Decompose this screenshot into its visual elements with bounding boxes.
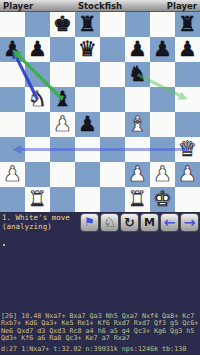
piece-white-pawn-f2[interactable]: ♟ [125, 162, 150, 187]
square-b4[interactable] [25, 112, 50, 137]
square-b3[interactable] [25, 137, 50, 162]
square-g1[interactable]: ♚ [150, 187, 175, 212]
square-e4[interactable] [100, 112, 125, 137]
square-a1[interactable] [0, 187, 25, 212]
square-f3[interactable] [125, 137, 150, 162]
square-d1[interactable] [75, 187, 100, 212]
square-b6[interactable] [25, 62, 50, 87]
knight-button[interactable]: ♘ [100, 213, 119, 232]
piece-white-pawn-g2[interactable]: ♟ [150, 162, 175, 187]
game-status: 1. White's move(analyzing) [2, 213, 70, 231]
square-h5[interactable] [175, 87, 200, 112]
square-a6[interactable] [0, 62, 25, 87]
arrow-right-icon: → [184, 213, 196, 232]
square-g3[interactable] [150, 137, 175, 162]
toolbar: ⚑♘↻M←→ [80, 213, 199, 232]
square-g5[interactable] [150, 87, 175, 112]
flag-button[interactable]: ⚑ [80, 213, 99, 232]
square-a4[interactable] [0, 112, 25, 137]
square-e1[interactable] [100, 187, 125, 212]
square-c8[interactable]: ♚ [50, 12, 75, 37]
square-b7[interactable]: ♟ [25, 37, 50, 62]
piece-white-queen-h3[interactable]: ♛ [175, 137, 200, 162]
piece-white-king-g1[interactable]: ♚ [150, 187, 175, 212]
piece-black-bishop-c5[interactable]: ♝ [50, 87, 75, 112]
black-player-name: Player [167, 0, 197, 12]
piece-white-pawn-h2[interactable]: ♟ [175, 162, 200, 187]
move-status-text: 1. White's move [2, 213, 70, 222]
flag-icon: ⚑ [84, 213, 95, 232]
square-c2[interactable] [50, 162, 75, 187]
square-e7[interactable] [100, 37, 125, 62]
square-g8[interactable] [150, 12, 175, 37]
square-b8[interactable] [25, 12, 50, 37]
piece-white-pawn-c4[interactable]: ♟ [50, 112, 75, 137]
analysis-refresh-button[interactable]: ↻ [120, 213, 139, 232]
arrow-left-icon: ← [164, 213, 176, 232]
square-e6[interactable] [100, 62, 125, 87]
engine-name: Stockfish [78, 0, 122, 12]
letter-m-button[interactable]: M [140, 213, 159, 232]
square-h1[interactable] [175, 187, 200, 212]
square-d5[interactable] [75, 87, 100, 112]
piece-black-king-c8[interactable]: ♚ [50, 12, 75, 37]
square-g6[interactable] [150, 62, 175, 87]
square-a7[interactable]: ♟ [0, 37, 25, 62]
square-d4[interactable]: ♟ [75, 112, 100, 137]
piece-white-bishop-f4[interactable]: ♝ [125, 112, 150, 137]
square-c1[interactable] [50, 187, 75, 212]
piece-white-rook-f1[interactable]: ♜ [125, 187, 150, 212]
square-h3[interactable]: ♛ [175, 137, 200, 162]
piece-white-rook-b1[interactable]: ♜ [25, 187, 50, 212]
arrow-right-button[interactable]: → [180, 213, 199, 232]
square-g4[interactable] [150, 112, 175, 137]
square-e3[interactable] [100, 137, 125, 162]
move-list-cursor [3, 244, 5, 246]
square-h4[interactable] [175, 112, 200, 137]
arrow-left-button[interactable]: ← [160, 213, 179, 232]
piece-black-pawn-d4[interactable]: ♟ [75, 112, 100, 137]
pv-line: Qd3+ Kf6 a6 Ra8 Qc3+ Ke7 a7 Rxa7 [1, 335, 200, 342]
square-f4[interactable]: ♝ [125, 112, 150, 137]
piece-black-queen-d7[interactable]: ♛ [75, 37, 100, 62]
square-c4[interactable]: ♟ [50, 112, 75, 137]
square-d2[interactable] [75, 162, 100, 187]
letter-m-icon: M [144, 213, 155, 232]
lower-panel: 1. White's move(analyzing) ⚑♘↻M←→ [26] 1… [0, 212, 200, 355]
square-b1[interactable]: ♜ [25, 187, 50, 212]
square-h7[interactable]: ♟ [175, 37, 200, 62]
square-f5[interactable] [125, 87, 150, 112]
square-f1[interactable]: ♜ [125, 187, 150, 212]
piece-white-knight-b5[interactable]: ♞ [25, 87, 50, 112]
knight-icon: ♘ [103, 213, 116, 232]
title-bar: Player Stockfish Player [0, 0, 200, 12]
droidfish-app: Player Stockfish Player ♚♜♜♟♟♛♟♟♟♞♞♝♟♟♝♛… [0, 0, 200, 355]
square-h6[interactable] [175, 62, 200, 87]
square-a3[interactable] [0, 137, 25, 162]
analysis-refresh-icon: ↻ [124, 213, 135, 232]
square-c6[interactable] [50, 62, 75, 87]
chess-board[interactable]: ♚♜♜♟♟♛♟♟♟♞♞♝♟♟♝♛♟♟♟♟♜♜♚ [0, 12, 200, 212]
piece-black-knight-f6[interactable]: ♞ [125, 62, 150, 87]
square-a5[interactable] [0, 87, 25, 112]
square-e5[interactable] [100, 87, 125, 112]
square-f2[interactable]: ♟ [125, 162, 150, 187]
square-b2[interactable] [25, 162, 50, 187]
square-g2[interactable]: ♟ [150, 162, 175, 187]
square-f7[interactable]: ♟ [125, 37, 150, 62]
square-c5[interactable]: ♝ [50, 87, 75, 112]
square-h8[interactable]: ♜ [175, 12, 200, 37]
square-e8[interactable] [100, 12, 125, 37]
piece-black-rook-d8[interactable]: ♜ [75, 12, 100, 37]
square-c7[interactable] [50, 37, 75, 62]
engine-stats: d:27 1:Nxa7+ t:32.02 n:39931k nps:1246k … [1, 345, 200, 353]
square-h2[interactable]: ♟ [175, 162, 200, 187]
square-a8[interactable] [0, 12, 25, 37]
square-c3[interactable] [50, 137, 75, 162]
square-g7[interactable]: ♟ [150, 37, 175, 62]
piece-white-pawn-a2[interactable]: ♟ [0, 162, 25, 187]
square-d6[interactable] [75, 62, 100, 87]
piece-black-pawn-b7[interactable]: ♟ [25, 37, 50, 62]
piece-black-pawn-a7[interactable]: ♟ [0, 37, 25, 62]
white-player-name: Player [3, 0, 33, 12]
piece-black-pawn-h7[interactable]: ♟ [175, 37, 200, 62]
square-a2[interactable]: ♟ [0, 162, 25, 187]
piece-black-pawn-g7[interactable]: ♟ [150, 37, 175, 62]
square-f6[interactable]: ♞ [125, 62, 150, 87]
square-d3[interactable] [75, 137, 100, 162]
engine-pv-text[interactable]: [26] 10.48 Nxa7+ Bxa7 Qa3 Nh5 Qxa7 Nxf4 … [1, 313, 200, 343]
square-d7[interactable]: ♛ [75, 37, 100, 62]
square-e2[interactable] [100, 162, 125, 187]
piece-black-pawn-f7[interactable]: ♟ [125, 37, 150, 62]
square-b5[interactable]: ♞ [25, 87, 50, 112]
piece-black-rook-h8[interactable]: ♜ [175, 12, 200, 37]
engine-status-text: (analyzing) [2, 222, 52, 231]
square-d8[interactable]: ♜ [75, 12, 100, 37]
square-f8[interactable] [125, 12, 150, 37]
